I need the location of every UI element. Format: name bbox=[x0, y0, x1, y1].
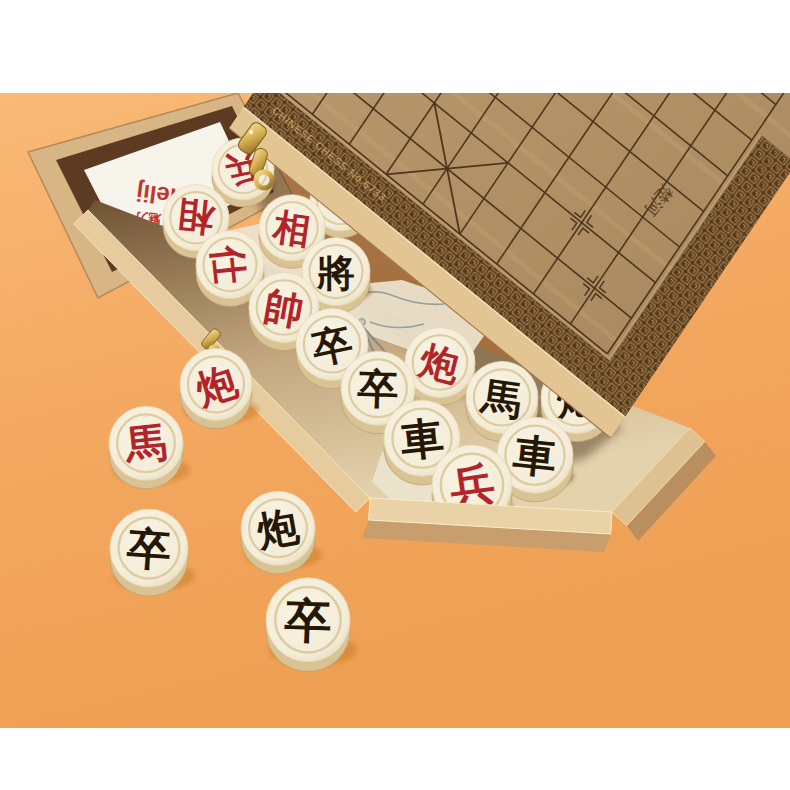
piece-character: 將 bbox=[316, 250, 355, 295]
xiangqi-set-photo: melij魅力兵象相相仕將帥卒炮卒馬炮車車兵楚河漢界CHINESE CHESS … bbox=[0, 0, 790, 790]
piece-character: 帥 bbox=[261, 282, 307, 334]
piece-character: 相 bbox=[175, 193, 217, 241]
piece-character: 卒 bbox=[356, 364, 400, 413]
piece-character: 卒 bbox=[125, 522, 172, 576]
xiangqi-piece-red[interactable]: 炮 bbox=[405, 328, 476, 406]
piece-character: 車 bbox=[510, 429, 559, 483]
piece-character: 馬 bbox=[121, 418, 169, 470]
photo-area: melij魅力兵象相相仕將帥卒炮卒馬炮車車兵楚河漢界CHINESE CHESS … bbox=[0, 0, 790, 728]
piece-character: 車 bbox=[397, 412, 446, 466]
piece-character: 仕 bbox=[205, 241, 254, 285]
piece-character: 相 bbox=[270, 204, 314, 253]
white-band-bottom bbox=[0, 728, 790, 790]
photo-canvas: melij魅力兵象相相仕將帥卒炮卒馬炮車車兵楚河漢界CHINESE CHESS … bbox=[0, 0, 790, 790]
piece-character: 卒 bbox=[283, 592, 333, 649]
piece-character: 馬 bbox=[477, 372, 525, 424]
white-band-top bbox=[0, 0, 790, 93]
